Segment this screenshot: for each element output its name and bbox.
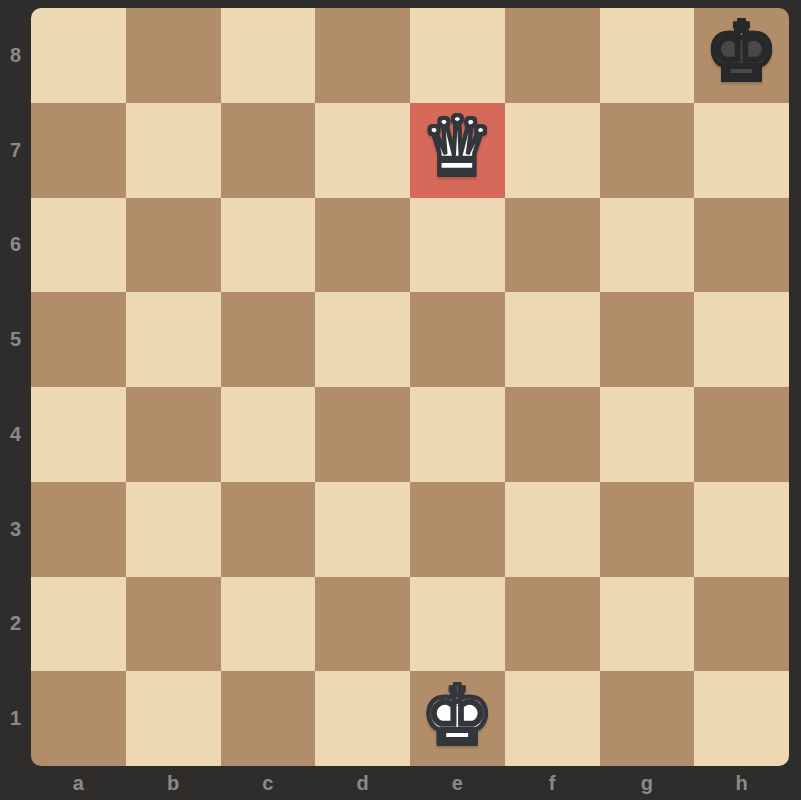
square-g8[interactable] <box>600 8 695 103</box>
file-label-d: d <box>315 766 410 800</box>
rank-label-8: 8 <box>0 8 31 103</box>
square-g6[interactable] <box>600 198 695 293</box>
square-a7[interactable] <box>31 103 126 198</box>
square-d1[interactable] <box>315 671 410 766</box>
square-d3[interactable] <box>315 482 410 577</box>
square-h8[interactable]: ♚ <box>694 8 789 103</box>
square-h3[interactable] <box>694 482 789 577</box>
file-label-a: a <box>31 766 126 800</box>
square-h4[interactable] <box>694 387 789 482</box>
square-b7[interactable] <box>126 103 221 198</box>
file-label-c: c <box>221 766 316 800</box>
square-g7[interactable] <box>600 103 695 198</box>
square-f7[interactable] <box>505 103 600 198</box>
square-c3[interactable] <box>221 482 316 577</box>
square-f5[interactable] <box>505 292 600 387</box>
square-e2[interactable] <box>410 577 505 672</box>
square-e3[interactable] <box>410 482 505 577</box>
file-label-g: g <box>600 766 695 800</box>
rank-label-6: 6 <box>0 198 31 293</box>
file-label-b: b <box>126 766 221 800</box>
square-f2[interactable] <box>505 577 600 672</box>
square-b8[interactable] <box>126 8 221 103</box>
square-a4[interactable] <box>31 387 126 482</box>
square-e7[interactable]: ♛ <box>410 103 505 198</box>
file-coordinates: abcdefgh <box>31 766 789 800</box>
white-king-piece[interactable]: ♚ <box>421 675 495 757</box>
square-a5[interactable] <box>31 292 126 387</box>
square-c2[interactable] <box>221 577 316 672</box>
square-c8[interactable] <box>221 8 316 103</box>
square-f1[interactable] <box>505 671 600 766</box>
square-a3[interactable] <box>31 482 126 577</box>
square-a6[interactable] <box>31 198 126 293</box>
square-a2[interactable] <box>31 577 126 672</box>
square-b2[interactable] <box>126 577 221 672</box>
square-a1[interactable] <box>31 671 126 766</box>
file-label-f: f <box>505 766 600 800</box>
square-d6[interactable] <box>315 198 410 293</box>
square-h6[interactable] <box>694 198 789 293</box>
file-label-e: e <box>410 766 505 800</box>
square-c1[interactable] <box>221 671 316 766</box>
square-d7[interactable] <box>315 103 410 198</box>
file-label-h: h <box>694 766 789 800</box>
square-g4[interactable] <box>600 387 695 482</box>
square-c4[interactable] <box>221 387 316 482</box>
square-b4[interactable] <box>126 387 221 482</box>
square-g1[interactable] <box>600 671 695 766</box>
square-h5[interactable] <box>694 292 789 387</box>
square-h1[interactable] <box>694 671 789 766</box>
chess-board: ♚♛♚ <box>31 8 789 766</box>
square-f6[interactable] <box>505 198 600 293</box>
square-d8[interactable] <box>315 8 410 103</box>
square-d5[interactable] <box>315 292 410 387</box>
square-g5[interactable] <box>600 292 695 387</box>
square-h2[interactable] <box>694 577 789 672</box>
square-h7[interactable] <box>694 103 789 198</box>
rank-label-7: 7 <box>0 103 31 198</box>
square-a8[interactable] <box>31 8 126 103</box>
square-e6[interactable] <box>410 198 505 293</box>
square-b1[interactable] <box>126 671 221 766</box>
black-king-piece[interactable]: ♚ <box>705 11 779 93</box>
square-e1[interactable]: ♚ <box>410 671 505 766</box>
rank-label-3: 3 <box>0 482 31 577</box>
square-f4[interactable] <box>505 387 600 482</box>
rank-label-2: 2 <box>0 577 31 672</box>
rank-label-4: 4 <box>0 387 31 482</box>
square-d2[interactable] <box>315 577 410 672</box>
square-b6[interactable] <box>126 198 221 293</box>
square-g3[interactable] <box>600 482 695 577</box>
square-e8[interactable] <box>410 8 505 103</box>
square-f3[interactable] <box>505 482 600 577</box>
rank-label-1: 1 <box>0 671 31 766</box>
square-b5[interactable] <box>126 292 221 387</box>
square-e4[interactable] <box>410 387 505 482</box>
white-queen-piece[interactable]: ♛ <box>421 106 495 188</box>
rank-coordinates: 87654321 <box>0 8 31 766</box>
square-e5[interactable] <box>410 292 505 387</box>
square-b3[interactable] <box>126 482 221 577</box>
square-c7[interactable] <box>221 103 316 198</box>
chess-app-background: ♚♛♚ 87654321 abcdefgh <box>0 0 801 800</box>
square-c6[interactable] <box>221 198 316 293</box>
square-d4[interactable] <box>315 387 410 482</box>
square-f8[interactable] <box>505 8 600 103</box>
rank-label-5: 5 <box>0 292 31 387</box>
square-g2[interactable] <box>600 577 695 672</box>
square-c5[interactable] <box>221 292 316 387</box>
